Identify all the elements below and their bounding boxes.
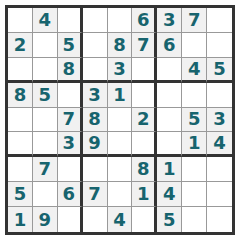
- cell-r2c1: 2: [8, 33, 33, 58]
- cell-r6c9: 4: [207, 132, 232, 157]
- cell-r6c6[interactable]: [132, 132, 157, 157]
- cell-r4c5: 1: [108, 83, 133, 108]
- cell-r4c8[interactable]: [182, 83, 207, 108]
- cell-r6c2[interactable]: [33, 132, 58, 157]
- cell-r3c7[interactable]: [157, 58, 182, 83]
- cell-r7c4[interactable]: [83, 157, 108, 182]
- cell-r8c3: 6: [58, 182, 83, 207]
- cell-r7c9[interactable]: [207, 157, 232, 182]
- cell-r1c3[interactable]: [58, 8, 83, 33]
- cell-r4c2: 5: [33, 83, 58, 108]
- cell-r5c7[interactable]: [157, 108, 182, 133]
- cell-r6c7[interactable]: [157, 132, 182, 157]
- cell-r7c8[interactable]: [182, 157, 207, 182]
- cell-r4c7[interactable]: [157, 83, 182, 108]
- cell-r5c2[interactable]: [33, 108, 58, 133]
- cell-r5c5[interactable]: [108, 108, 133, 133]
- cell-r5c6: 2: [132, 108, 157, 133]
- cell-r3c5: 3: [108, 58, 133, 83]
- cell-r9c4[interactable]: [83, 207, 108, 232]
- cell-r5c9: 3: [207, 108, 232, 133]
- cell-r7c6: 8: [132, 157, 157, 182]
- cell-r9c6[interactable]: [132, 207, 157, 232]
- cell-r6c3: 3: [58, 132, 83, 157]
- cell-r5c4: 8: [83, 108, 108, 133]
- cell-r1c4[interactable]: [83, 8, 108, 33]
- cell-r8c6: 1: [132, 182, 157, 207]
- cell-r4c6[interactable]: [132, 83, 157, 108]
- cell-r9c8[interactable]: [182, 207, 207, 232]
- cell-r5c1[interactable]: [8, 108, 33, 133]
- cell-r3c3: 8: [58, 58, 83, 83]
- cell-r4c1: 8: [8, 83, 33, 108]
- cell-r3c9: 5: [207, 58, 232, 83]
- cell-r8c7: 4: [157, 182, 182, 207]
- cell-r1c5[interactable]: [108, 8, 133, 33]
- cell-r9c9[interactable]: [207, 207, 232, 232]
- cell-r7c3[interactable]: [58, 157, 83, 182]
- cell-r5c8: 5: [182, 108, 207, 133]
- cell-r7c1[interactable]: [8, 157, 33, 182]
- cell-r4c4: 3: [83, 83, 108, 108]
- sudoku-app: 46372587683458531782533914781567141945: [0, 0, 240, 240]
- cell-r9c1: 1: [8, 207, 33, 232]
- cell-r9c3[interactable]: [58, 207, 83, 232]
- cell-r1c7: 3: [157, 8, 182, 33]
- cell-r9c5: 4: [108, 207, 133, 232]
- cell-r2c9[interactable]: [207, 33, 232, 58]
- cell-r7c5[interactable]: [108, 157, 133, 182]
- cell-r1c9[interactable]: [207, 8, 232, 33]
- cell-r6c4: 9: [83, 132, 108, 157]
- cell-r8c9[interactable]: [207, 182, 232, 207]
- cell-r1c1[interactable]: [8, 8, 33, 33]
- cell-r3c8: 4: [182, 58, 207, 83]
- cell-r7c2: 7: [33, 157, 58, 182]
- cell-r2c7: 6: [157, 33, 182, 58]
- cell-r2c4[interactable]: [83, 33, 108, 58]
- cell-r3c1[interactable]: [8, 58, 33, 83]
- cell-r3c2[interactable]: [33, 58, 58, 83]
- cell-r1c8: 7: [182, 8, 207, 33]
- cell-r2c8[interactable]: [182, 33, 207, 58]
- cell-r9c2: 9: [33, 207, 58, 232]
- cell-r8c5[interactable]: [108, 182, 133, 207]
- cell-r2c5: 8: [108, 33, 133, 58]
- cell-r8c4: 7: [83, 182, 108, 207]
- cell-r8c1: 5: [8, 182, 33, 207]
- cell-r6c1[interactable]: [8, 132, 33, 157]
- cell-r3c4[interactable]: [83, 58, 108, 83]
- sudoku-board: 46372587683458531782533914781567141945: [5, 5, 235, 235]
- cell-r7c7: 1: [157, 157, 182, 182]
- cell-r1c6: 6: [132, 8, 157, 33]
- cell-r4c3[interactable]: [58, 83, 83, 108]
- cell-r6c5[interactable]: [108, 132, 133, 157]
- cell-r3c6[interactable]: [132, 58, 157, 83]
- cell-r2c2[interactable]: [33, 33, 58, 58]
- cell-r8c2[interactable]: [33, 182, 58, 207]
- cell-r1c2: 4: [33, 8, 58, 33]
- cell-r2c3: 5: [58, 33, 83, 58]
- cell-r4c9[interactable]: [207, 83, 232, 108]
- cell-r5c3: 7: [58, 108, 83, 133]
- cell-r9c7: 5: [157, 207, 182, 232]
- cell-r8c8[interactable]: [182, 182, 207, 207]
- cell-r2c6: 7: [132, 33, 157, 58]
- cell-r6c8: 1: [182, 132, 207, 157]
